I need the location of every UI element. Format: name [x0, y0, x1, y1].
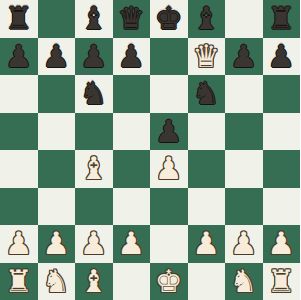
- square-e5[interactable]: ♟: [150, 113, 188, 151]
- piece-white-rook[interactable]: ♜: [267, 263, 295, 300]
- square-c3[interactable]: [75, 188, 113, 226]
- square-c4[interactable]: ♝: [75, 150, 113, 188]
- square-c5[interactable]: [75, 113, 113, 151]
- square-h6[interactable]: [263, 75, 301, 113]
- square-d6[interactable]: [113, 75, 151, 113]
- square-c2[interactable]: ♟: [75, 225, 113, 263]
- square-d2[interactable]: ♟: [113, 225, 151, 263]
- square-f8[interactable]: ♝: [188, 0, 226, 38]
- square-e2[interactable]: [150, 225, 188, 263]
- square-h4[interactable]: [263, 150, 301, 188]
- piece-black-bishop[interactable]: ♝: [80, 0, 108, 38]
- square-e7[interactable]: [150, 38, 188, 76]
- piece-white-pawn[interactable]: ♟: [117, 225, 145, 263]
- square-g1[interactable]: ♞: [225, 263, 263, 300]
- square-a8[interactable]: ♜: [0, 0, 38, 38]
- square-g3[interactable]: [225, 188, 263, 226]
- square-h5[interactable]: [263, 113, 301, 151]
- square-f1[interactable]: [188, 263, 226, 300]
- piece-black-rook[interactable]: ♜: [5, 0, 33, 38]
- square-g6[interactable]: [225, 75, 263, 113]
- piece-black-pawn[interactable]: ♟: [230, 38, 258, 76]
- piece-black-pawn[interactable]: ♟: [267, 38, 295, 76]
- square-c7[interactable]: ♟: [75, 38, 113, 76]
- square-b4[interactable]: [38, 150, 76, 188]
- piece-white-pawn[interactable]: ♟: [267, 225, 295, 263]
- square-a2[interactable]: ♟: [0, 225, 38, 263]
- square-h7[interactable]: ♟: [263, 38, 301, 76]
- square-h2[interactable]: ♟: [263, 225, 301, 263]
- piece-white-pawn[interactable]: ♟: [192, 225, 220, 263]
- square-d3[interactable]: [113, 188, 151, 226]
- square-a1[interactable]: ♜: [0, 263, 38, 300]
- square-e1[interactable]: ♚: [150, 263, 188, 300]
- piece-black-pawn[interactable]: ♟: [155, 113, 183, 151]
- square-f2[interactable]: ♟: [188, 225, 226, 263]
- square-b3[interactable]: [38, 188, 76, 226]
- piece-white-pawn[interactable]: ♟: [5, 225, 33, 263]
- square-f7[interactable]: ♛: [188, 38, 226, 76]
- piece-white-pawn[interactable]: ♟: [155, 150, 183, 188]
- piece-black-pawn[interactable]: ♟: [117, 38, 145, 76]
- piece-black-pawn[interactable]: ♟: [42, 38, 70, 76]
- square-a7[interactable]: ♟: [0, 38, 38, 76]
- square-a4[interactable]: [0, 150, 38, 188]
- square-e6[interactable]: [150, 75, 188, 113]
- square-b5[interactable]: [38, 113, 76, 151]
- square-a3[interactable]: [0, 188, 38, 226]
- piece-white-rook[interactable]: ♜: [5, 263, 33, 300]
- square-g4[interactable]: [225, 150, 263, 188]
- square-b7[interactable]: ♟: [38, 38, 76, 76]
- square-a6[interactable]: [0, 75, 38, 113]
- square-e3[interactable]: [150, 188, 188, 226]
- square-c6[interactable]: ♞: [75, 75, 113, 113]
- piece-black-pawn[interactable]: ♟: [5, 38, 33, 76]
- square-a5[interactable]: [0, 113, 38, 151]
- piece-black-bishop[interactable]: ♝: [192, 0, 220, 38]
- piece-white-knight[interactable]: ♞: [230, 263, 258, 300]
- square-b6[interactable]: [38, 75, 76, 113]
- square-f6[interactable]: ♞: [188, 75, 226, 113]
- piece-white-knight[interactable]: ♞: [42, 263, 70, 300]
- piece-white-bishop[interactable]: ♝: [80, 263, 108, 300]
- square-d5[interactable]: [113, 113, 151, 151]
- piece-white-pawn[interactable]: ♟: [42, 225, 70, 263]
- piece-white-pawn[interactable]: ♟: [230, 225, 258, 263]
- square-g2[interactable]: ♟: [225, 225, 263, 263]
- square-b2[interactable]: ♟: [38, 225, 76, 263]
- piece-white-king[interactable]: ♚: [155, 263, 183, 300]
- square-d1[interactable]: [113, 263, 151, 300]
- square-h1[interactable]: ♜: [263, 263, 301, 300]
- square-g7[interactable]: ♟: [225, 38, 263, 76]
- piece-black-rook[interactable]: ♜: [267, 0, 295, 38]
- square-g5[interactable]: [225, 113, 263, 151]
- chess-board: ♜♝♛♚♝♜♟♟♟♟♛♟♟♞♞♟♝♟♟♟♟♟♟♟♟♜♞♝♚♞♜: [0, 0, 300, 300]
- square-c8[interactable]: ♝: [75, 0, 113, 38]
- piece-black-knight[interactable]: ♞: [192, 75, 220, 113]
- square-g8[interactable]: [225, 0, 263, 38]
- piece-white-bishop[interactable]: ♝: [80, 150, 108, 188]
- piece-white-pawn[interactable]: ♟: [80, 225, 108, 263]
- square-e8[interactable]: ♚: [150, 0, 188, 38]
- square-f3[interactable]: [188, 188, 226, 226]
- square-h8[interactable]: ♜: [263, 0, 301, 38]
- square-f5[interactable]: [188, 113, 226, 151]
- square-b1[interactable]: ♞: [38, 263, 76, 300]
- square-d4[interactable]: [113, 150, 151, 188]
- piece-black-pawn[interactable]: ♟: [80, 38, 108, 76]
- square-c1[interactable]: ♝: [75, 263, 113, 300]
- piece-black-knight[interactable]: ♞: [80, 75, 108, 113]
- piece-black-king[interactable]: ♚: [155, 0, 183, 38]
- square-f4[interactable]: [188, 150, 226, 188]
- piece-black-queen[interactable]: ♛: [117, 0, 145, 38]
- square-b8[interactable]: [38, 0, 76, 38]
- square-h3[interactable]: [263, 188, 301, 226]
- square-d7[interactable]: ♟: [113, 38, 151, 76]
- square-e4[interactable]: ♟: [150, 150, 188, 188]
- square-d8[interactable]: ♛: [113, 0, 151, 38]
- piece-white-queen[interactable]: ♛: [192, 38, 220, 76]
